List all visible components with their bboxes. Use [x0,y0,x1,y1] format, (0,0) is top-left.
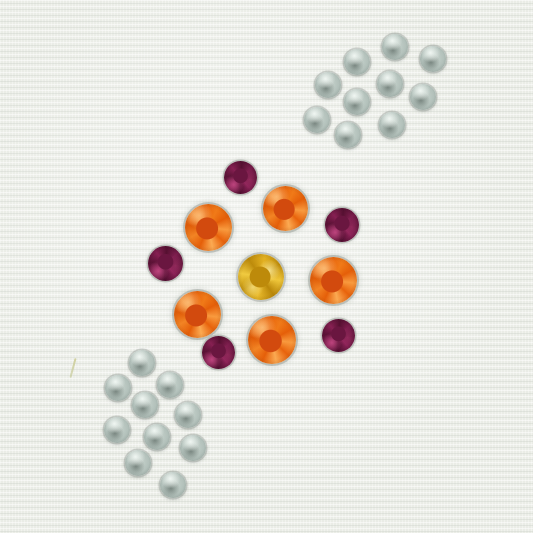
orange-rhinestone [174,291,221,338]
orange-rhinestone [310,257,357,304]
purple-rhinestone [202,336,235,369]
silver-stud [344,89,370,115]
gold-rhinestone-center [238,254,284,300]
silver-stud [335,122,361,148]
silver-stud [377,71,403,97]
silver-stud [144,424,170,450]
silver-stud [125,450,151,476]
silver-stud [132,392,158,418]
purple-rhinestone [325,208,359,242]
silver-stud [410,84,436,110]
stray-fiber [69,358,76,378]
silver-stud [379,112,405,138]
orange-rhinestone [263,186,308,231]
orange-rhinestone [185,204,232,251]
silver-stud [344,49,370,75]
purple-rhinestone [322,319,355,352]
orange-rhinestone [248,316,296,364]
silver-stud [157,372,183,398]
silver-stud [382,34,408,60]
fabric-photo [0,0,533,533]
silver-stud [315,72,341,98]
silver-stud [160,472,186,498]
purple-rhinestone [224,161,257,194]
silver-stud [104,417,130,443]
silver-stud [304,107,330,133]
silver-stud [420,46,446,72]
silver-stud [175,402,201,428]
silver-stud [105,375,131,401]
purple-rhinestone [148,246,183,281]
silver-stud [180,435,206,461]
silver-stud [129,350,155,376]
